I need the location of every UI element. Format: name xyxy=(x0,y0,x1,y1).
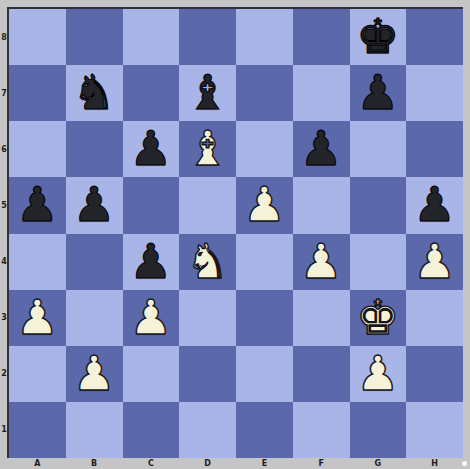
white-pawn-e5[interactable]: ♟ xyxy=(243,180,286,228)
square-e4[interactable] xyxy=(236,234,293,290)
black-pawn-f6[interactable]: ♟ xyxy=(300,124,343,172)
square-g6[interactable] xyxy=(350,121,407,177)
file-label-e: E xyxy=(236,458,293,469)
square-c6[interactable]: ♟ xyxy=(123,121,180,177)
file-label-g: G xyxy=(350,458,407,469)
black-pawn-h5[interactable]: ♟ xyxy=(413,180,456,228)
square-b8[interactable] xyxy=(66,9,123,65)
square-b6[interactable] xyxy=(66,121,123,177)
square-e1[interactable] xyxy=(236,402,293,458)
square-a2[interactable] xyxy=(9,346,66,402)
square-c5[interactable] xyxy=(123,177,180,233)
square-f8[interactable] xyxy=(293,9,350,65)
square-c8[interactable] xyxy=(123,9,180,65)
square-d8[interactable] xyxy=(179,9,236,65)
board-frame: ♚♞♝♟♟♝♟♟♟♟♟♟♞♟♟♟♟♚♟♟ xyxy=(7,7,463,458)
square-h6[interactable] xyxy=(406,121,463,177)
square-h2[interactable] xyxy=(406,346,463,402)
square-f4[interactable]: ♟ xyxy=(293,234,350,290)
black-knight-b7[interactable]: ♞ xyxy=(73,68,116,116)
square-e3[interactable] xyxy=(236,290,293,346)
file-label-c: C xyxy=(123,458,180,469)
square-c2[interactable] xyxy=(123,346,180,402)
square-b2[interactable]: ♟ xyxy=(66,346,123,402)
square-g8[interactable]: ♚ xyxy=(350,9,407,65)
square-a4[interactable] xyxy=(9,234,66,290)
square-d6[interactable]: ♝ xyxy=(179,121,236,177)
square-f5[interactable] xyxy=(293,177,350,233)
square-a1[interactable] xyxy=(9,402,66,458)
square-a7[interactable] xyxy=(9,65,66,121)
black-bishop-d7[interactable]: ♝ xyxy=(186,68,229,116)
file-label-d: D xyxy=(179,458,236,469)
black-pawn-c4[interactable]: ♟ xyxy=(129,237,172,285)
square-g5[interactable] xyxy=(350,177,407,233)
square-b3[interactable] xyxy=(66,290,123,346)
square-h3[interactable] xyxy=(406,290,463,346)
white-pawn-h4[interactable]: ♟ xyxy=(413,237,456,285)
square-g3[interactable]: ♚ xyxy=(350,290,407,346)
white-bishop-d6[interactable]: ♝ xyxy=(186,124,229,172)
square-a5[interactable]: ♟ xyxy=(9,177,66,233)
file-label-a: A xyxy=(9,458,66,469)
square-e7[interactable] xyxy=(236,65,293,121)
square-g7[interactable]: ♟ xyxy=(350,65,407,121)
square-c1[interactable] xyxy=(123,402,180,458)
square-d3[interactable] xyxy=(179,290,236,346)
black-pawn-b5[interactable]: ♟ xyxy=(73,180,116,228)
square-d4[interactable]: ♞ xyxy=(179,234,236,290)
chess-board: ♚♞♝♟♟♝♟♟♟♟♟♟♞♟♟♟♟♚♟♟ xyxy=(9,9,463,458)
square-f3[interactable] xyxy=(293,290,350,346)
square-h5[interactable]: ♟ xyxy=(406,177,463,233)
square-f2[interactable] xyxy=(293,346,350,402)
square-h1[interactable] xyxy=(406,402,463,458)
black-pawn-a5[interactable]: ♟ xyxy=(16,180,59,228)
black-king-g8[interactable]: ♚ xyxy=(356,12,399,60)
square-e5[interactable]: ♟ xyxy=(236,177,293,233)
square-e2[interactable] xyxy=(236,346,293,402)
white-pawn-a3[interactable]: ♟ xyxy=(16,293,59,341)
white-pawn-g2[interactable]: ♟ xyxy=(356,349,399,397)
square-a6[interactable] xyxy=(9,121,66,177)
square-b1[interactable] xyxy=(66,402,123,458)
corner-dot xyxy=(462,461,467,466)
square-h8[interactable] xyxy=(406,9,463,65)
square-a8[interactable] xyxy=(9,9,66,65)
square-h4[interactable]: ♟ xyxy=(406,234,463,290)
white-pawn-b2[interactable]: ♟ xyxy=(73,349,116,397)
square-c7[interactable] xyxy=(123,65,180,121)
square-f1[interactable] xyxy=(293,402,350,458)
square-d2[interactable] xyxy=(179,346,236,402)
square-e6[interactable] xyxy=(236,121,293,177)
file-label-h: H xyxy=(406,458,463,469)
square-d1[interactable] xyxy=(179,402,236,458)
square-d5[interactable] xyxy=(179,177,236,233)
white-king-g3[interactable]: ♚ xyxy=(356,293,399,341)
square-f7[interactable] xyxy=(293,65,350,121)
black-pawn-c6[interactable]: ♟ xyxy=(129,124,172,172)
square-b5[interactable]: ♟ xyxy=(66,177,123,233)
square-e8[interactable] xyxy=(236,9,293,65)
file-label-b: B xyxy=(66,458,123,469)
square-g4[interactable] xyxy=(350,234,407,290)
file-label-f: F xyxy=(293,458,350,469)
white-pawn-f4[interactable]: ♟ xyxy=(300,237,343,285)
file-labels: ABCDEFGH xyxy=(9,458,463,469)
square-d7[interactable]: ♝ xyxy=(179,65,236,121)
square-c3[interactable]: ♟ xyxy=(123,290,180,346)
square-b7[interactable]: ♞ xyxy=(66,65,123,121)
square-g2[interactable]: ♟ xyxy=(350,346,407,402)
white-pawn-c3[interactable]: ♟ xyxy=(129,293,172,341)
black-pawn-g7[interactable]: ♟ xyxy=(356,68,399,116)
square-a3[interactable]: ♟ xyxy=(9,290,66,346)
square-b4[interactable] xyxy=(66,234,123,290)
square-c4[interactable]: ♟ xyxy=(123,234,180,290)
square-h7[interactable] xyxy=(406,65,463,121)
square-f6[interactable]: ♟ xyxy=(293,121,350,177)
white-knight-d4[interactable]: ♞ xyxy=(186,237,229,285)
square-g1[interactable] xyxy=(350,402,407,458)
